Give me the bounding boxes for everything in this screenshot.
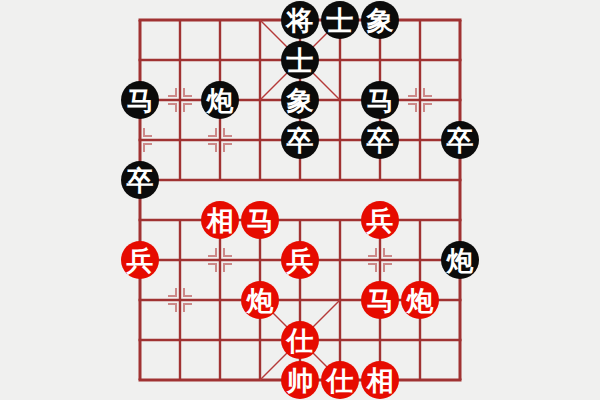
piece-red-soldier[interactable]: 兵: [281, 241, 319, 279]
piece-black-advisor[interactable]: 士: [281, 41, 319, 79]
piece-red-horse[interactable]: 马: [241, 201, 279, 239]
piece-red-advisor[interactable]: 仕: [281, 321, 319, 359]
piece-red-soldier[interactable]: 兵: [121, 241, 159, 279]
piece-red-advisor[interactable]: 仕: [321, 361, 359, 399]
piece-black-elephant[interactable]: 象: [361, 1, 399, 39]
xiangqi-board[interactable]: 将士象士马炮象马卒卒卒卒相马兵兵兵炮炮马炮仕帅仕相: [0, 0, 600, 400]
piece-black-soldier[interactable]: 卒: [121, 161, 159, 199]
piece-black-cannon[interactable]: 炮: [201, 81, 239, 119]
piece-black-horse[interactable]: 马: [121, 81, 159, 119]
piece-red-elephant[interactable]: 相: [361, 361, 399, 399]
piece-red-soldier[interactable]: 兵: [361, 201, 399, 239]
piece-red-elephant[interactable]: 相: [201, 201, 239, 239]
piece-red-general[interactable]: 帅: [281, 361, 319, 399]
piece-black-soldier[interactable]: 卒: [281, 121, 319, 159]
xiangqi-screen: 将士象士马炮象马卒卒卒卒相马兵兵兵炮炮马炮仕帅仕相: [0, 0, 600, 400]
piece-black-horse[interactable]: 马: [361, 81, 399, 119]
piece-black-soldier[interactable]: 卒: [361, 121, 399, 159]
pieces-layer: 将士象士马炮象马卒卒卒卒相马兵兵兵炮炮马炮仕帅仕相: [120, 0, 480, 400]
piece-black-elephant[interactable]: 象: [281, 81, 319, 119]
piece-red-cannon[interactable]: 炮: [241, 281, 279, 319]
piece-black-cannon[interactable]: 炮: [441, 241, 479, 279]
piece-black-advisor[interactable]: 士: [321, 1, 359, 39]
piece-red-horse[interactable]: 马: [361, 281, 399, 319]
piece-black-soldier[interactable]: 卒: [441, 121, 479, 159]
piece-black-general[interactable]: 将: [281, 1, 319, 39]
piece-red-cannon[interactable]: 炮: [401, 281, 439, 319]
